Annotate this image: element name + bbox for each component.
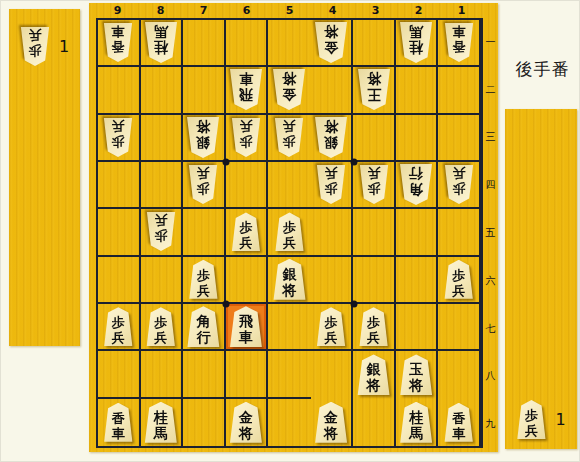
piece-kanji: 歩	[283, 134, 296, 149]
square-3c[interactable]	[353, 115, 396, 162]
piece-kanji: 銀	[196, 134, 210, 150]
piece-gold-sente[interactable]: 金将	[314, 402, 348, 443]
piece-kanji: 兵	[112, 119, 125, 134]
square-4g[interactable]: 歩兵	[311, 304, 354, 351]
piece-kanji: 兵	[112, 330, 125, 345]
file-label-2: 2	[397, 3, 440, 18]
square-5f[interactable]: 銀将	[268, 257, 311, 304]
square-1g[interactable]	[438, 304, 481, 351]
square-1a[interactable]: 香車	[438, 20, 481, 67]
square-2b[interactable]	[396, 67, 439, 114]
piece-kanji: 角	[409, 181, 423, 197]
piece-kanji: 桂	[154, 39, 168, 55]
piece-kanji: 金	[239, 410, 253, 426]
square-9g[interactable]: 歩兵	[98, 304, 141, 351]
square-4e[interactable]	[311, 209, 354, 256]
file-label-3: 3	[354, 3, 397, 18]
square-4h[interactable]	[311, 351, 354, 398]
square-9d[interactable]	[98, 162, 141, 209]
piece-pawn-sente[interactable]: 歩兵	[316, 307, 346, 346]
piece-kanji: 兵	[452, 283, 465, 298]
piece-kanji: 歩	[197, 181, 210, 196]
square-5a[interactable]	[268, 20, 311, 67]
piece-kanji: 将	[282, 70, 296, 86]
square-1f[interactable]: 歩兵	[438, 257, 481, 304]
piece-gold-gote[interactable]: 金将	[314, 22, 348, 63]
piece-pawn-gote[interactable]: 歩兵	[146, 212, 176, 251]
piece-kanji: 歩	[325, 315, 338, 330]
piece-kanji: 銀	[324, 134, 338, 150]
piece-kanji: 歩	[452, 181, 465, 196]
square-8a[interactable]: 桂馬	[141, 20, 184, 67]
file-label-4: 4	[311, 3, 354, 18]
piece-pawn-gote[interactable]: 歩兵	[231, 118, 261, 157]
piece-pawn-sente[interactable]: 歩兵	[444, 260, 474, 299]
shogi-app: 歩兵 1 987654321 香車桂馬金将桂馬香車飛車金将王将歩兵銀将歩兵歩兵銀…	[0, 0, 580, 462]
piece-kanji: 歩	[28, 43, 41, 58]
piece-silver-sente[interactable]: 銀将	[357, 354, 391, 395]
rank-label-1: 一	[483, 18, 498, 66]
piece-kanji: 歩	[112, 315, 125, 330]
piece-bishop-gote[interactable]: 角行	[399, 164, 433, 205]
piece-kanji: 馬	[409, 426, 423, 442]
square-2d[interactable]: 角行	[396, 162, 439, 209]
square-3b[interactable]: 王将	[353, 67, 396, 114]
gote-hand-pieces[interactable]: 歩兵	[20, 27, 50, 66]
piece-kanji: 角	[196, 314, 210, 330]
piece-pawn-gote[interactable]: 歩兵	[188, 165, 218, 204]
square-2i[interactable]: 桂馬	[396, 399, 439, 446]
piece-kanji: 歩	[283, 220, 296, 235]
piece-kanji: 金	[324, 39, 338, 55]
square-6i[interactable]: 金将	[226, 399, 269, 446]
piece-kanji: 将	[196, 118, 210, 134]
gote-captured-stand: 歩兵 1	[9, 9, 80, 346]
square-6a[interactable]	[226, 20, 269, 67]
piece-knight-gote[interactable]: 桂馬	[144, 22, 178, 63]
file-label-6: 6	[225, 3, 268, 18]
piece-kanji: 飛	[239, 314, 253, 330]
piece-gold-gote[interactable]: 金将	[272, 69, 306, 110]
piece-kanji: 馬	[409, 23, 423, 39]
piece-kanji: 行	[196, 330, 210, 346]
square-4a[interactable]: 金将	[311, 20, 354, 67]
square-3g[interactable]: 歩兵	[353, 304, 396, 351]
square-5g[interactable]	[268, 304, 311, 351]
piece-kanji: 兵	[239, 119, 252, 134]
piece-silver-gote[interactable]: 銀将	[186, 117, 220, 158]
square-3e[interactable]	[353, 209, 396, 256]
piece-kanji: 兵	[325, 166, 338, 181]
square-6e[interactable]: 歩兵	[226, 209, 269, 256]
file-labels: 987654321	[96, 3, 483, 18]
piece-kanji: 歩	[452, 268, 465, 283]
piece-kanji: 香	[452, 411, 465, 426]
piece-kanji: 兵	[154, 213, 167, 228]
square-8f[interactable]	[141, 257, 184, 304]
square-5i[interactable]	[268, 399, 311, 446]
piece-pawn-gote[interactable]: 歩兵	[103, 118, 133, 157]
piece-bishop-sente[interactable]: 角行	[186, 306, 220, 347]
square-8d[interactable]	[141, 162, 184, 209]
square-2e[interactable]	[396, 209, 439, 256]
square-2f[interactable]	[396, 257, 439, 304]
square-3a[interactable]	[353, 20, 396, 67]
piece-kanji: 歩	[154, 315, 167, 330]
square-9a[interactable]: 香車	[98, 20, 141, 67]
square-4f[interactable]	[311, 257, 354, 304]
square-4i[interactable]: 金将	[311, 399, 354, 446]
square-7d[interactable]: 歩兵	[183, 162, 226, 209]
square-6b[interactable]: 飛車	[226, 67, 269, 114]
piece-kanji: 将	[409, 378, 423, 394]
piece-kanji: 飛	[239, 86, 253, 102]
square-9f[interactable]	[98, 257, 141, 304]
square-5c[interactable]: 歩兵	[268, 115, 311, 162]
piece-kanji: 歩	[367, 315, 380, 330]
piece-knight-sente[interactable]: 桂馬	[144, 402, 178, 443]
square-7i[interactable]	[183, 399, 226, 446]
square-7f[interactable]: 歩兵	[183, 257, 226, 304]
piece-kanji: 兵	[197, 166, 210, 181]
piece-kanji: 行	[409, 165, 423, 181]
piece-pawn-gote[interactable]: 歩兵	[359, 165, 389, 204]
square-4b[interactable]	[311, 67, 354, 114]
file-label-1: 1	[440, 3, 483, 18]
piece-gold-sente[interactable]: 金将	[229, 402, 263, 443]
piece-kanji: 歩	[525, 408, 538, 423]
rank-label-4: 四	[483, 161, 498, 209]
square-2c[interactable]	[396, 115, 439, 162]
piece-pawn-gote[interactable]: 歩兵	[444, 165, 474, 204]
square-5d[interactable]	[268, 162, 311, 209]
square-5e[interactable]: 歩兵	[268, 209, 311, 256]
square-9b[interactable]	[98, 67, 141, 114]
square-7a[interactable]	[183, 20, 226, 67]
piece-kanji: 歩	[325, 181, 338, 196]
rank-label-6: 六	[483, 257, 498, 305]
square-4d[interactable]: 歩兵	[311, 162, 354, 209]
square-1c[interactable]	[438, 115, 481, 162]
piece-lance-sente[interactable]: 香車	[103, 403, 133, 442]
piece-pawn-sente[interactable]: 歩兵	[231, 212, 261, 251]
piece-kanji: 香	[112, 39, 125, 54]
square-3i[interactable]	[353, 399, 396, 446]
rank-label-3: 三	[483, 114, 498, 162]
piece-kanji: 兵	[283, 119, 296, 134]
square-5b[interactable]: 金将	[268, 67, 311, 114]
piece-king-sente[interactable]: 玉将	[399, 354, 433, 395]
hoshi-dot	[350, 301, 357, 308]
piece-kanji: 金	[282, 86, 296, 102]
piece-kanji: 車	[112, 426, 125, 441]
square-2a[interactable]: 桂馬	[396, 20, 439, 67]
piece-kanji: 桂	[409, 410, 423, 426]
piece-kanji: 兵	[239, 235, 252, 250]
square-3f[interactable]	[353, 257, 396, 304]
square-8b[interactable]	[141, 67, 184, 114]
square-7g[interactable]: 角行	[183, 304, 226, 351]
hoshi-dot	[223, 159, 230, 166]
square-9c[interactable]: 歩兵	[98, 115, 141, 162]
square-2h[interactable]: 玉将	[396, 351, 439, 398]
piece-kanji: 車	[239, 330, 253, 346]
piece-pawn-sente[interactable]: 歩兵	[274, 212, 304, 251]
square-8c[interactable]	[141, 115, 184, 162]
square-9i[interactable]: 香車	[98, 399, 141, 446]
board-grid: 香車桂馬金将桂馬香車飛車金将王将歩兵銀将歩兵歩兵銀将歩兵歩兵歩兵角行歩兵歩兵歩兵…	[96, 18, 483, 448]
piece-kanji: 将	[367, 70, 381, 86]
square-8e[interactable]: 歩兵	[141, 209, 184, 256]
square-2g[interactable]	[396, 304, 439, 351]
sente-hand-row: 歩兵 1	[505, 400, 577, 439]
piece-kanji: 兵	[283, 235, 296, 250]
file-label-5: 5	[268, 3, 311, 18]
turn-indicator: 後手番	[504, 58, 580, 81]
sente-hand-pieces[interactable]: 歩兵	[516, 400, 546, 439]
piece-kanji: 馬	[154, 426, 168, 442]
piece-kanji: 兵	[28, 28, 41, 43]
square-7c[interactable]: 銀将	[183, 115, 226, 162]
rank-label-8: 八	[483, 352, 498, 400]
piece-kanji: 兵	[197, 283, 210, 298]
piece-pawn-gote[interactable]: 歩兵	[20, 27, 50, 66]
piece-kanji: 将	[282, 283, 296, 299]
piece-pawn-sente[interactable]: 歩兵	[188, 260, 218, 299]
piece-pawn-sente[interactable]: 歩兵	[359, 307, 389, 346]
file-label-9: 9	[96, 3, 139, 18]
piece-kanji: 兵	[452, 166, 465, 181]
hoshi-dot	[350, 159, 357, 166]
piece-kanji: 将	[367, 378, 381, 394]
piece-kanji: 将	[324, 23, 338, 39]
square-6h[interactable]	[226, 351, 269, 398]
rank-label-5: 五	[483, 209, 498, 257]
gote-hand-count: 1	[59, 37, 69, 56]
piece-kanji: 歩	[197, 268, 210, 283]
square-9e[interactable]	[98, 209, 141, 256]
piece-knight-sente[interactable]: 桂馬	[399, 402, 433, 443]
file-label-7: 7	[182, 3, 225, 18]
piece-kanji: 王	[367, 86, 381, 102]
piece-kanji: 将	[239, 426, 253, 442]
square-7b[interactable]	[183, 67, 226, 114]
square-6c[interactable]: 歩兵	[226, 115, 269, 162]
piece-pawn-gote[interactable]: 歩兵	[274, 118, 304, 157]
piece-kanji: 歩	[239, 220, 252, 235]
piece-kanji: 桂	[154, 410, 168, 426]
piece-silver-sente[interactable]: 銀将	[272, 259, 306, 300]
file-label-8: 8	[139, 3, 182, 18]
piece-kanji: 金	[324, 410, 338, 426]
piece-kanji: 車	[452, 426, 465, 441]
piece-kanji: 馬	[154, 23, 168, 39]
piece-kanji: 兵	[525, 423, 538, 438]
piece-pawn-sente[interactable]: 歩兵	[103, 307, 133, 346]
piece-rook-gote[interactable]: 飛車	[229, 69, 263, 110]
shogi-board: 987654321 香車桂馬金将桂馬香車飛車金将王将歩兵銀将歩兵歩兵銀将歩兵歩兵…	[89, 3, 498, 452]
piece-kanji: 桂	[409, 39, 423, 55]
rank-labels: 一二三四五六七八九	[483, 18, 498, 448]
gote-hand-row: 歩兵 1	[9, 27, 80, 66]
piece-kanji: 銀	[282, 267, 296, 283]
piece-kanji: 兵	[154, 330, 167, 345]
piece-kanji: 玉	[409, 362, 423, 378]
square-4c[interactable]: 銀将	[311, 115, 354, 162]
rank-label-9: 九	[483, 400, 498, 448]
piece-kanji: 将	[324, 426, 338, 442]
square-7h[interactable]	[183, 351, 226, 398]
square-6g[interactable]: 飛車	[226, 304, 269, 351]
rank-label-2: 二	[483, 66, 498, 114]
square-1b[interactable]	[438, 67, 481, 114]
piece-kanji: 香	[452, 39, 465, 54]
square-1d[interactable]: 歩兵	[438, 162, 481, 209]
sente-hand-count: 1	[555, 410, 565, 429]
piece-lance-sente[interactable]: 香車	[444, 403, 474, 442]
sente-captured-stand: 歩兵 1	[505, 109, 577, 449]
piece-silver-gote[interactable]: 銀将	[314, 117, 348, 158]
piece-kanji: 歩	[154, 228, 167, 243]
piece-king-gote[interactable]: 王将	[357, 69, 391, 110]
piece-kanji: 歩	[367, 181, 380, 196]
square-9h[interactable]	[98, 351, 141, 398]
square-8i[interactable]: 桂馬	[141, 399, 184, 446]
piece-kanji: 車	[112, 24, 125, 39]
piece-pawn-gote[interactable]: 歩兵	[316, 165, 346, 204]
rank-label-7: 七	[483, 305, 498, 353]
piece-rook-sente[interactable]: 飛車	[229, 306, 263, 347]
piece-kanji: 銀	[367, 362, 381, 378]
piece-kanji: 歩	[239, 134, 252, 149]
square-1h[interactable]	[438, 351, 481, 398]
square-6f[interactable]	[226, 257, 269, 304]
square-1e[interactable]	[438, 209, 481, 256]
piece-kanji: 車	[452, 24, 465, 39]
piece-kanji: 車	[239, 70, 253, 86]
piece-kanji: 兵	[367, 330, 380, 345]
piece-kanji: 兵	[325, 330, 338, 345]
piece-knight-gote[interactable]: 桂馬	[399, 22, 433, 63]
piece-pawn-sente[interactable]: 歩兵	[146, 307, 176, 346]
square-5h[interactable]	[268, 351, 311, 398]
piece-kanji: 香	[112, 411, 125, 426]
piece-kanji: 兵	[367, 166, 380, 181]
piece-kanji: 歩	[112, 134, 125, 149]
piece-lance-gote[interactable]: 香車	[444, 23, 474, 62]
square-7e[interactable]	[183, 209, 226, 256]
square-6d[interactable]	[226, 162, 269, 209]
square-8g[interactable]: 歩兵	[141, 304, 184, 351]
piece-pawn-sente[interactable]: 歩兵	[516, 400, 546, 439]
square-3d[interactable]: 歩兵	[353, 162, 396, 209]
piece-kanji: 将	[324, 118, 338, 134]
square-8h[interactable]	[141, 351, 184, 398]
square-3h[interactable]: 銀将	[353, 351, 396, 398]
square-1i[interactable]: 香車	[438, 399, 481, 446]
piece-lance-gote[interactable]: 香車	[103, 23, 133, 62]
